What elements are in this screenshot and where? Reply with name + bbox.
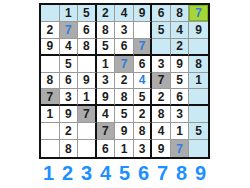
cell-r1c7[interactable]: 6 (152, 5, 171, 22)
cell-r8c2[interactable]: 2 (60, 123, 79, 140)
numpad-3[interactable]: 3 (77, 161, 96, 185)
cell-r3c9[interactable] (189, 39, 208, 56)
cell-r2c6[interactable] (134, 22, 153, 39)
cell-r4c1[interactable] (41, 56, 60, 73)
cell-r2c8[interactable]: 4 (171, 22, 190, 39)
cell-r7c6[interactable]: 2 (134, 106, 153, 123)
cell-r6c3[interactable]: 1 (78, 89, 97, 106)
numpad-8[interactable]: 8 (172, 161, 191, 185)
cell-r4c4[interactable]: 1 (97, 56, 116, 73)
cell-r3c5[interactable]: 6 (115, 39, 134, 56)
cell-r1c9[interactable]: 7 (189, 5, 208, 22)
cell-r3c6[interactable]: 7 (134, 39, 153, 56)
cell-r2c9[interactable]: 9 (189, 22, 208, 39)
cell-r8c5[interactable]: 9 (115, 123, 134, 140)
cell-r5c5[interactable]: 2 (115, 73, 134, 90)
cell-r9c7[interactable]: 9 (152, 140, 171, 157)
cell-r4c2[interactable]: 5 (60, 56, 79, 73)
cell-r3c1[interactable]: 9 (41, 39, 60, 56)
cell-r3c2[interactable]: 4 (60, 39, 79, 56)
numpad-5[interactable]: 5 (115, 161, 134, 185)
cell-r8c1[interactable] (41, 123, 60, 140)
cell-r3c8[interactable]: 2 (171, 39, 190, 56)
cell-r5c3[interactable]: 9 (78, 73, 97, 90)
number-picker-bar: 123456789 (39, 161, 210, 185)
cell-r6c2[interactable]: 3 (60, 89, 79, 106)
cell-r8c7[interactable]: 4 (152, 123, 171, 140)
cell-r4c7[interactable]: 3 (152, 56, 171, 73)
cell-r8c4[interactable]: 7 (97, 123, 116, 140)
cell-r1c3[interactable]: 5 (78, 5, 97, 22)
cell-r6c5[interactable]: 8 (115, 89, 134, 106)
cell-r4c5[interactable]: 7 (115, 56, 134, 73)
cell-r6c6[interactable]: 5 (134, 89, 153, 106)
sudoku-board: 1524968727683549948567251763988693247517… (39, 3, 210, 159)
cell-r6c9[interactable] (189, 89, 208, 106)
cell-r4c6[interactable]: 6 (134, 56, 153, 73)
cell-r2c7[interactable]: 5 (152, 22, 171, 39)
cell-r7c7[interactable]: 8 (152, 106, 171, 123)
cell-r4c3[interactable] (78, 56, 97, 73)
cell-r9c2[interactable]: 8 (60, 140, 79, 157)
numpad-4[interactable]: 4 (96, 161, 115, 185)
cell-r9c4[interactable]: 6 (97, 140, 116, 157)
cell-r6c8[interactable]: 6 (171, 89, 190, 106)
cell-r5c4[interactable]: 3 (97, 73, 116, 90)
cell-r7c8[interactable]: 3 (171, 106, 190, 123)
cell-r4c8[interactable]: 9 (171, 56, 190, 73)
cell-r5c2[interactable]: 6 (60, 73, 79, 90)
cell-r6c7[interactable]: 2 (152, 89, 171, 106)
cell-r1c8[interactable]: 8 (171, 5, 190, 22)
cell-r6c1[interactable]: 7 (41, 89, 60, 106)
cell-r2c1[interactable]: 2 (41, 22, 60, 39)
cell-r5c7[interactable]: 7 (152, 73, 171, 90)
cell-r9c9[interactable] (189, 140, 208, 157)
cell-r7c1[interactable]: 1 (41, 106, 60, 123)
cell-r1c4[interactable]: 2 (97, 5, 116, 22)
numpad-2[interactable]: 2 (58, 161, 77, 185)
cell-r9c3[interactable] (78, 140, 97, 157)
cell-r9c6[interactable]: 3 (134, 140, 153, 157)
cell-r8c6[interactable]: 8 (134, 123, 153, 140)
cell-r5c6[interactable]: 4 (134, 73, 153, 90)
cell-r8c9[interactable]: 5 (189, 123, 208, 140)
cell-r5c9[interactable]: 1 (189, 73, 208, 90)
cell-r2c4[interactable]: 8 (97, 22, 116, 39)
numpad-9[interactable]: 9 (191, 161, 210, 185)
cell-r2c3[interactable]: 6 (78, 22, 97, 39)
cell-r2c5[interactable]: 3 (115, 22, 134, 39)
cell-r3c3[interactable]: 8 (78, 39, 97, 56)
cell-r1c2[interactable]: 1 (60, 5, 79, 22)
cell-r3c4[interactable]: 5 (97, 39, 116, 56)
cell-r1c6[interactable]: 9 (134, 5, 153, 22)
numpad-1[interactable]: 1 (39, 161, 58, 185)
numpad-7[interactable]: 7 (153, 161, 172, 185)
cell-r5c1[interactable]: 8 (41, 73, 60, 90)
cell-r7c9[interactable] (189, 106, 208, 123)
cell-r2c2[interactable]: 7 (60, 22, 79, 39)
cell-r1c1[interactable] (41, 5, 60, 22)
cell-r6c4[interactable]: 9 (97, 89, 116, 106)
cell-r8c3[interactable] (78, 123, 97, 140)
cell-r9c1[interactable] (41, 140, 60, 157)
cell-r9c8[interactable]: 7 (171, 140, 190, 157)
cell-r3c7[interactable] (152, 39, 171, 56)
cell-r1c5[interactable]: 4 (115, 5, 134, 22)
numpad-6[interactable]: 6 (134, 161, 153, 185)
cell-r5c8[interactable]: 5 (171, 73, 190, 90)
cell-r9c5[interactable]: 1 (115, 140, 134, 157)
cell-r4c9[interactable]: 8 (189, 56, 208, 73)
cell-r7c4[interactable]: 4 (97, 106, 116, 123)
cell-r7c5[interactable]: 5 (115, 106, 134, 123)
cell-r7c3[interactable]: 7 (78, 106, 97, 123)
cell-r8c8[interactable]: 1 (171, 123, 190, 140)
cell-r7c2[interactable]: 9 (60, 106, 79, 123)
